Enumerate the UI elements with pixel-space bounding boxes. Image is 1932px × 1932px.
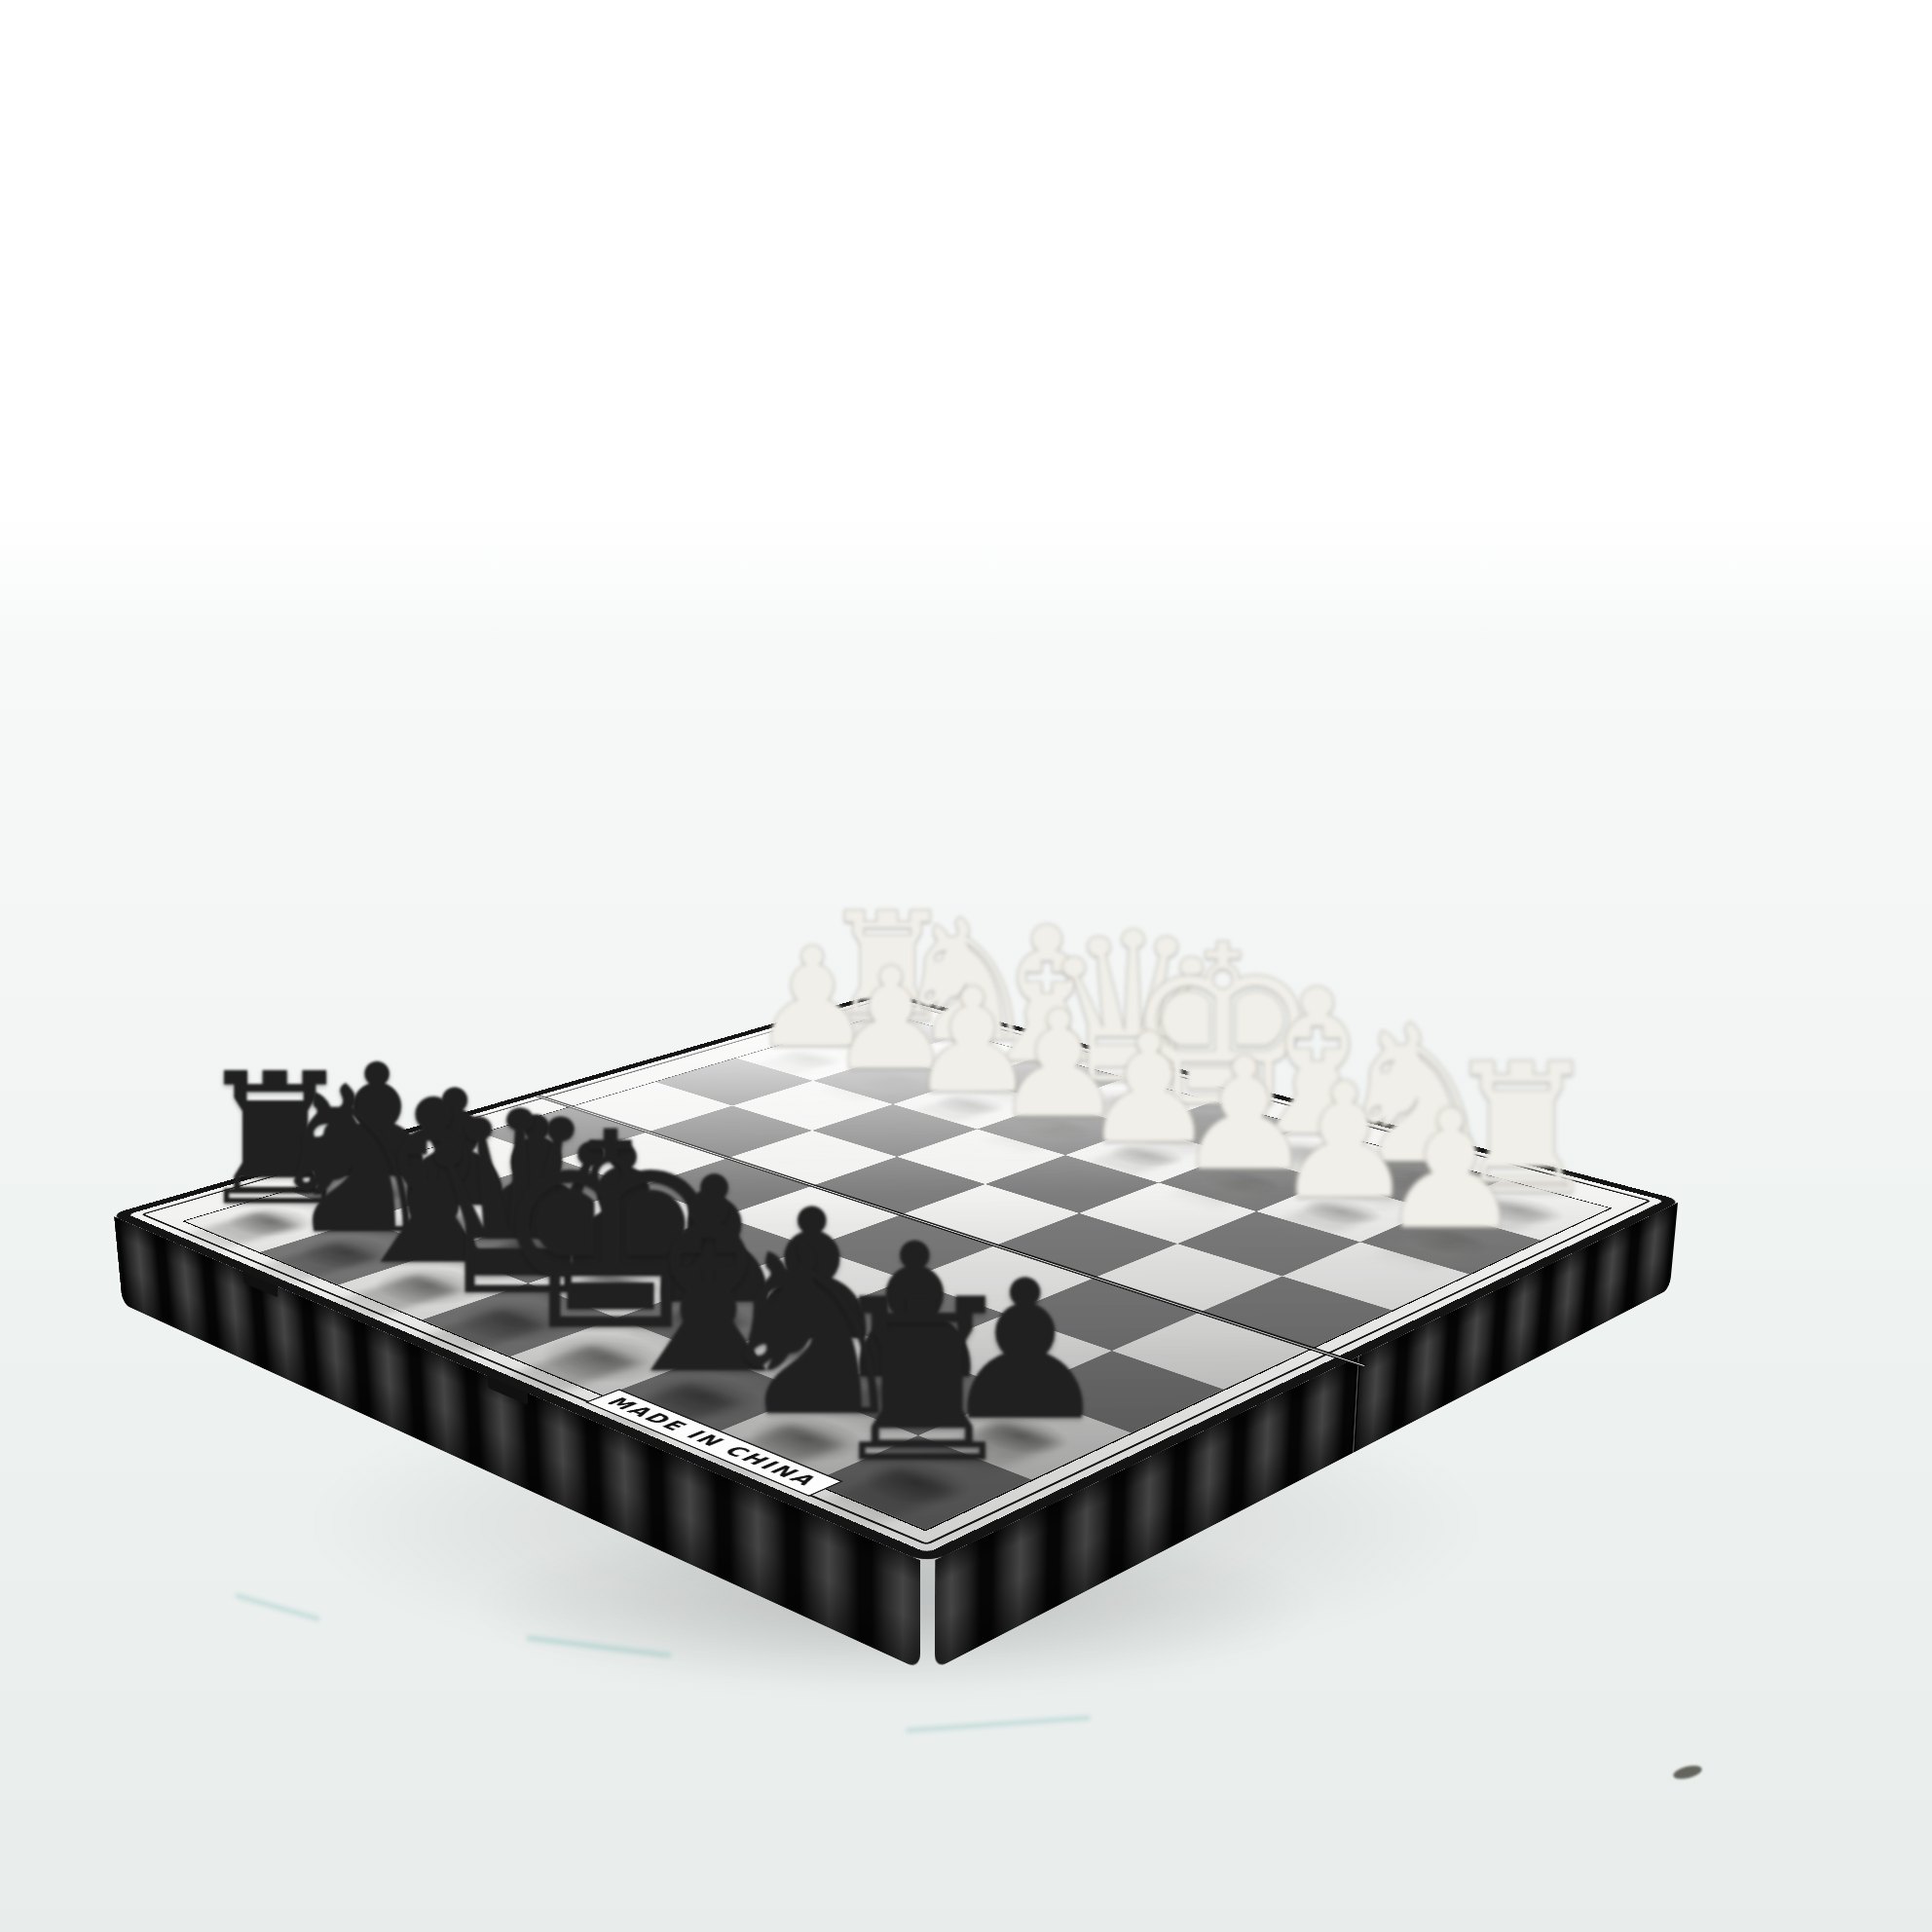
photo-backdrop: ♜♞♝♛♚♝♞♜♟♟♟♟♟♟♟♟♟♟♟♟♟♟♟♟♜♞♝♛♚♝♞♜ MADE IN…	[0, 0, 1932, 1932]
base-hinge-gap	[1351, 1356, 1360, 1455]
scene: ♜♞♝♛♚♝♞♜♟♟♟♟♟♟♟♟♟♟♟♟♟♟♟♟♜♞♝♛♚♝♞♜ MADE IN…	[24, 331, 1777, 1932]
chess-board: ♜♞♝♛♚♝♞♜♟♟♟♟♟♟♟♟♟♟♟♟♟♟♟♟♜♞♝♛♚♝♞♜ MADE IN…	[110, 991, 1683, 1563]
white-pawn-glyph: ♟	[1300, 1089, 1601, 1253]
checkerboard: ♜♞♝♛♚♝♞♜♟♟♟♟♟♟♟♟♟♟♟♟♟♟♟♟♜♞♝♛♚♝♞♜	[182, 1014, 1612, 1532]
board-surface: ♜♞♝♛♚♝♞♜♟♟♟♟♟♟♟♟♟♟♟♟♟♟♟♟♜♞♝♛♚♝♞♜ MADE IN…	[128, 995, 1664, 1552]
black-rook-glyph: ♜	[739, 1271, 1104, 1495]
